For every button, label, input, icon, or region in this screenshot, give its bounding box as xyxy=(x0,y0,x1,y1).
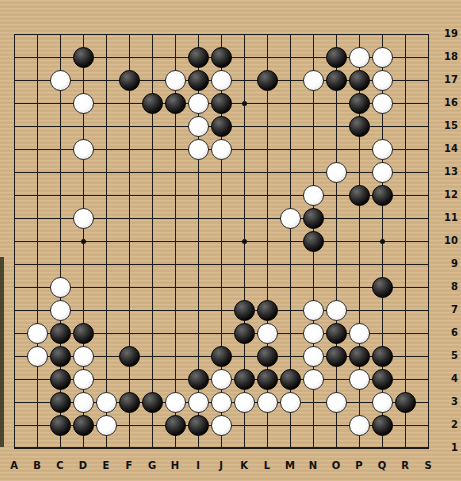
stone-white-P18[interactable] xyxy=(349,47,370,68)
star-point-K10 xyxy=(242,239,247,244)
stone-white-N5[interactable] xyxy=(303,346,324,367)
stone-black-H2[interactable] xyxy=(165,415,186,436)
col-label-Q: Q xyxy=(374,460,390,471)
stone-black-K4[interactable] xyxy=(234,369,255,390)
stone-black-K6[interactable] xyxy=(234,323,255,344)
col-label-A: A xyxy=(6,460,22,471)
stone-white-I14[interactable] xyxy=(188,139,209,160)
col-label-S: S xyxy=(420,460,436,471)
stone-black-C6[interactable] xyxy=(50,323,71,344)
stone-white-L6[interactable] xyxy=(257,323,278,344)
go-board[interactable]: ABCDEFGHIJKLMNOPQRS 19181716151413121110… xyxy=(0,0,461,481)
stone-white-I15[interactable] xyxy=(188,116,209,137)
col-label-B: B xyxy=(29,460,45,471)
stone-white-O7[interactable] xyxy=(326,300,347,321)
stone-black-F3[interactable] xyxy=(119,392,140,413)
stone-white-J2[interactable] xyxy=(211,415,232,436)
stone-white-D3[interactable] xyxy=(73,392,94,413)
stone-white-M3[interactable] xyxy=(280,392,301,413)
stone-black-L4[interactable] xyxy=(257,369,278,390)
stone-black-F17[interactable] xyxy=(119,70,140,91)
stone-white-E2[interactable] xyxy=(96,415,117,436)
row-label-10: 10 xyxy=(440,235,458,246)
stone-black-N10[interactable] xyxy=(303,231,324,252)
stone-white-P6[interactable] xyxy=(349,323,370,344)
row-label-16: 16 xyxy=(440,97,458,108)
stone-black-P16[interactable] xyxy=(349,93,370,114)
star-point-Q10 xyxy=(380,239,385,244)
stone-white-Q17[interactable] xyxy=(372,70,393,91)
stone-white-I3[interactable] xyxy=(188,392,209,413)
stone-white-N4[interactable] xyxy=(303,369,324,390)
stone-black-L7[interactable] xyxy=(257,300,278,321)
stone-black-C3[interactable] xyxy=(50,392,71,413)
stone-black-I17[interactable] xyxy=(188,70,209,91)
col-label-J: J xyxy=(213,460,229,471)
stone-black-O18[interactable] xyxy=(326,47,347,68)
row-label-13: 13 xyxy=(440,166,458,177)
stone-black-Q5[interactable] xyxy=(372,346,393,367)
col-label-N: N xyxy=(305,460,321,471)
stone-black-I2[interactable] xyxy=(188,415,209,436)
stone-white-P2[interactable] xyxy=(349,415,370,436)
stone-white-L3[interactable] xyxy=(257,392,278,413)
row-label-19: 19 xyxy=(440,28,458,39)
star-point-D10 xyxy=(81,239,86,244)
stone-white-Q18[interactable] xyxy=(372,47,393,68)
stone-white-D4[interactable] xyxy=(73,369,94,390)
stone-white-J4[interactable] xyxy=(211,369,232,390)
stone-black-O6[interactable] xyxy=(326,323,347,344)
col-label-I: I xyxy=(190,460,206,471)
stone-white-D16[interactable] xyxy=(73,93,94,114)
stone-black-G3[interactable] xyxy=(142,392,163,413)
col-label-L: L xyxy=(259,460,275,471)
stone-white-B5[interactable] xyxy=(27,346,48,367)
stone-black-D18[interactable] xyxy=(73,47,94,68)
row-label-12: 12 xyxy=(440,189,458,200)
row-label-4: 4 xyxy=(440,373,458,384)
stone-white-C7[interactable] xyxy=(50,300,71,321)
stone-black-D2[interactable] xyxy=(73,415,94,436)
col-label-E: E xyxy=(98,460,114,471)
stone-black-I4[interactable] xyxy=(188,369,209,390)
row-label-5: 5 xyxy=(440,350,458,361)
row-label-1: 1 xyxy=(440,442,458,453)
col-label-D: D xyxy=(75,460,91,471)
col-label-M: M xyxy=(282,460,298,471)
stone-black-R3[interactable] xyxy=(395,392,416,413)
stone-white-O13[interactable] xyxy=(326,162,347,183)
stone-white-Q3[interactable] xyxy=(372,392,393,413)
row-label-15: 15 xyxy=(440,120,458,131)
stone-black-L17[interactable] xyxy=(257,70,278,91)
col-label-P: P xyxy=(351,460,367,471)
stone-black-C2[interactable] xyxy=(50,415,71,436)
row-label-8: 8 xyxy=(440,281,458,292)
stone-black-G16[interactable] xyxy=(142,93,163,114)
stone-white-Q14[interactable] xyxy=(372,139,393,160)
stone-white-J14[interactable] xyxy=(211,139,232,160)
col-label-G: G xyxy=(144,460,160,471)
stone-white-J3[interactable] xyxy=(211,392,232,413)
row-label-6: 6 xyxy=(440,327,458,338)
stone-black-J5[interactable] xyxy=(211,346,232,367)
stone-white-H3[interactable] xyxy=(165,392,186,413)
row-label-18: 18 xyxy=(440,51,458,62)
col-label-O: O xyxy=(328,460,344,471)
stone-black-J16[interactable] xyxy=(211,93,232,114)
stone-black-P5[interactable] xyxy=(349,346,370,367)
stone-white-N7[interactable] xyxy=(303,300,324,321)
stone-black-P15[interactable] xyxy=(349,116,370,137)
row-label-2: 2 xyxy=(440,419,458,430)
stone-black-Q2[interactable] xyxy=(372,415,393,436)
stone-white-Q16[interactable] xyxy=(372,93,393,114)
stone-black-K7[interactable] xyxy=(234,300,255,321)
stone-white-J17[interactable] xyxy=(211,70,232,91)
stone-white-Q13[interactable] xyxy=(372,162,393,183)
star-point-K16 xyxy=(242,101,247,106)
stone-black-D6[interactable] xyxy=(73,323,94,344)
stone-white-D11[interactable] xyxy=(73,208,94,229)
stone-white-E3[interactable] xyxy=(96,392,117,413)
stone-white-K3[interactable] xyxy=(234,392,255,413)
stone-black-P17[interactable] xyxy=(349,70,370,91)
col-label-K: K xyxy=(236,460,252,471)
stone-black-I18[interactable] xyxy=(188,47,209,68)
row-label-9: 9 xyxy=(440,258,458,269)
stone-black-M4[interactable] xyxy=(280,369,301,390)
stone-white-I16[interactable] xyxy=(188,93,209,114)
stone-black-J18[interactable] xyxy=(211,47,232,68)
stone-black-F5[interactable] xyxy=(119,346,140,367)
stone-black-Q12[interactable] xyxy=(372,185,393,206)
stone-white-N17[interactable] xyxy=(303,70,324,91)
stone-black-L5[interactable] xyxy=(257,346,278,367)
stone-black-Q4[interactable] xyxy=(372,369,393,390)
row-label-11: 11 xyxy=(440,212,458,223)
stone-white-P4[interactable] xyxy=(349,369,370,390)
left-edge-artifact xyxy=(0,257,4,447)
col-label-R: R xyxy=(397,460,413,471)
stone-white-N6[interactable] xyxy=(303,323,324,344)
stone-white-C17[interactable] xyxy=(50,70,71,91)
stone-black-Q8[interactable] xyxy=(372,277,393,298)
stone-black-O5[interactable] xyxy=(326,346,347,367)
stone-white-C8[interactable] xyxy=(50,277,71,298)
row-label-3: 3 xyxy=(440,396,458,407)
stone-white-M11[interactable] xyxy=(280,208,301,229)
row-label-17: 17 xyxy=(440,74,458,85)
stone-black-C4[interactable] xyxy=(50,369,71,390)
stone-white-B6[interactable] xyxy=(27,323,48,344)
stone-black-H16[interactable] xyxy=(165,93,186,114)
stone-black-P12[interactable] xyxy=(349,185,370,206)
stone-black-J15[interactable] xyxy=(211,116,232,137)
stone-black-N11[interactable] xyxy=(303,208,324,229)
row-label-14: 14 xyxy=(440,143,458,154)
col-label-H: H xyxy=(167,460,183,471)
col-label-F: F xyxy=(121,460,137,471)
stone-black-O17[interactable] xyxy=(326,70,347,91)
stone-white-D5[interactable] xyxy=(73,346,94,367)
row-label-7: 7 xyxy=(440,304,458,315)
stone-white-D14[interactable] xyxy=(73,139,94,160)
stone-white-O3[interactable] xyxy=(326,392,347,413)
col-label-C: C xyxy=(52,460,68,471)
stone-white-N12[interactable] xyxy=(303,185,324,206)
stone-white-H17[interactable] xyxy=(165,70,186,91)
stone-black-C5[interactable] xyxy=(50,346,71,367)
